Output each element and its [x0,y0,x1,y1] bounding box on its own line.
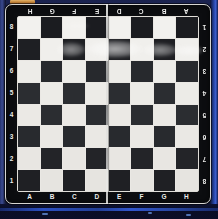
rank-label-right-2: 2 [199,38,210,60]
square-h3[interactable] [176,126,198,147]
file-label-bottom-c: C [63,192,85,203]
square-c6[interactable] [63,61,85,82]
file-label-bottom-f: F [130,192,152,203]
fold-line [106,4,108,204]
rank-label-left-6: 6 [6,60,17,82]
square-g5[interactable] [154,83,176,104]
square-e3[interactable] [109,126,131,147]
square-c4[interactable] [63,105,85,126]
square-a2[interactable] [18,148,40,169]
square-a4[interactable] [18,105,40,126]
board-middle: 87654321 12345678 [6,16,210,192]
square-e5[interactable] [109,83,131,104]
square-e4[interactable] [109,105,131,126]
square-b7[interactable] [41,39,63,60]
square-e6[interactable] [109,61,131,82]
square-g2[interactable] [154,148,176,169]
square-c7[interactable] [63,39,85,60]
file-label-bottom-b: B [41,192,63,203]
square-d1[interactable] [86,170,108,191]
rank-label-left-8: 8 [6,16,17,38]
file-label-bottom-g: G [153,192,175,203]
square-d3[interactable] [86,126,108,147]
square-a5[interactable] [18,83,40,104]
rank-label-left-3: 3 [6,126,17,148]
square-a3[interactable] [18,126,40,147]
square-d8[interactable] [86,17,108,38]
board-seam-line [0,208,218,211]
square-f3[interactable] [131,126,153,147]
reflection-speck [42,213,48,215]
file-label-top-f: F [63,5,85,16]
square-h2[interactable] [176,148,198,169]
rank-labels-left: 87654321 [6,16,17,192]
board-squares [18,17,198,191]
square-f6[interactable] [131,61,153,82]
playing-area-frame [17,16,199,192]
square-d6[interactable] [86,61,108,82]
square-e1[interactable] [109,170,131,191]
square-d7[interactable] [86,39,108,60]
square-c2[interactable] [63,148,85,169]
rank-label-right-7: 7 [199,148,210,170]
square-b6[interactable] [41,61,63,82]
square-a8[interactable] [18,17,40,38]
rank-label-right-5: 5 [199,104,210,126]
square-h4[interactable] [176,105,198,126]
reflection-speck [186,214,191,216]
rank-label-right-4: 4 [199,82,210,104]
square-c3[interactable] [63,126,85,147]
board-edge-bottom [0,204,218,219]
square-c5[interactable] [63,83,85,104]
square-a1[interactable] [18,170,40,191]
file-label-top-h: H [19,5,41,16]
square-e7[interactable] [109,39,131,60]
square-g8[interactable] [154,17,176,38]
rank-label-left-2: 2 [6,148,17,170]
square-d4[interactable] [86,105,108,126]
square-c1[interactable] [63,170,85,191]
file-labels-top: HGFEDCBA [19,5,198,16]
square-f5[interactable] [131,83,153,104]
square-f4[interactable] [131,105,153,126]
rank-label-left-7: 7 [6,38,17,60]
square-d5[interactable] [86,83,108,104]
square-h1[interactable] [176,170,198,191]
square-b8[interactable] [41,17,63,38]
square-b5[interactable] [41,83,63,104]
square-e8[interactable] [109,17,131,38]
square-b4[interactable] [41,105,63,126]
rank-labels-right: 12345678 [199,16,210,192]
square-b3[interactable] [41,126,63,147]
square-g4[interactable] [154,105,176,126]
rank-label-left-5: 5 [6,82,17,104]
square-d2[interactable] [86,148,108,169]
file-labels-bottom: ABCDEFGH [19,192,198,203]
rank-label-right-8: 8 [199,170,210,192]
file-label-top-c: C [130,5,152,16]
file-label-top-b: B [153,5,175,16]
rank-label-right-3: 3 [199,60,210,82]
reflection-speck [148,212,152,214]
file-label-top-a: A [175,5,197,16]
square-e2[interactable] [109,148,131,169]
square-b2[interactable] [41,148,63,169]
square-b1[interactable] [41,170,63,191]
square-f1[interactable] [131,170,153,191]
chess-board: HGFEDCBA 87654321 12345678 ABCDEFGH [5,4,211,204]
square-h8[interactable] [176,17,198,38]
square-f7[interactable] [131,39,153,60]
file-label-bottom-d: D [86,192,108,203]
square-a6[interactable] [18,61,40,82]
file-label-top-e: E [86,5,108,16]
square-h5[interactable] [176,83,198,104]
square-a7[interactable] [18,39,40,60]
square-g6[interactable] [154,61,176,82]
square-h7[interactable] [176,39,198,60]
square-h6[interactable] [176,61,198,82]
rank-label-right-6: 6 [199,126,210,148]
rank-label-left-1: 1 [6,170,17,192]
file-label-bottom-h: H [175,192,197,203]
rank-label-right-1: 1 [199,16,210,38]
square-f8[interactable] [131,17,153,38]
square-g1[interactable] [154,170,176,191]
square-g7[interactable] [154,39,176,60]
file-label-top-g: G [41,5,63,16]
file-label-bottom-e: E [108,192,130,203]
rank-label-left-4: 4 [6,104,17,126]
file-label-top-d: D [108,5,130,16]
file-label-bottom-a: A [19,192,41,203]
board-edge-right [210,0,218,219]
square-c8[interactable] [63,17,85,38]
square-f2[interactable] [131,148,153,169]
chessboard-photo: HGFEDCBA 87654321 12345678 ABCDEFGH [0,0,218,219]
square-g3[interactable] [154,126,176,147]
